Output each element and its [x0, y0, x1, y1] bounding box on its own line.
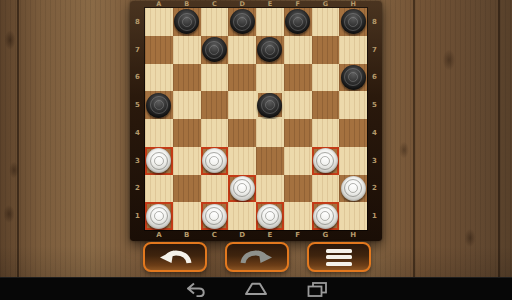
piece-ring	[209, 45, 219, 55]
piece-ring	[205, 41, 223, 59]
square-e6[interactable]	[256, 64, 284, 92]
board-grid	[145, 8, 367, 230]
square-c4[interactable]	[201, 119, 229, 147]
home-icon	[244, 282, 268, 295]
hamburger-menu-icon	[326, 249, 352, 266]
square-a2[interactable]	[145, 175, 173, 203]
file-label: D	[228, 230, 256, 241]
wood-plank-seam	[498, 0, 500, 278]
square-a8[interactable]	[145, 8, 173, 36]
square-g4[interactable]	[312, 119, 340, 147]
square-h8[interactable]	[339, 8, 367, 36]
black-man[interactable]	[257, 37, 282, 62]
wood-plank-seam	[413, 0, 415, 278]
square-d1[interactable]	[228, 202, 256, 230]
white-man[interactable]	[146, 148, 171, 173]
rank-label: 7	[367, 36, 382, 64]
file-label: G	[312, 1, 340, 8]
app-screen: ABCDEFGH ABCDEFGH 87654321 87654321	[0, 0, 512, 300]
square-f4[interactable]	[284, 119, 312, 147]
file-label: C	[201, 1, 229, 8]
rank-label: 1	[367, 202, 382, 230]
square-g7[interactable]	[312, 36, 340, 64]
square-c3[interactable]	[201, 147, 229, 175]
piece-ring	[150, 152, 168, 170]
piece-ring	[209, 156, 219, 166]
piece-ring	[348, 183, 358, 193]
android-nav-bar	[0, 277, 512, 300]
file-label: C	[201, 230, 229, 241]
black-man[interactable]	[257, 93, 282, 118]
square-d2[interactable]	[228, 175, 256, 203]
file-label: H	[339, 1, 367, 8]
piece-ring	[261, 41, 279, 59]
square-f7[interactable]	[284, 36, 312, 64]
piece-ring	[293, 17, 303, 27]
square-h6[interactable]	[339, 64, 367, 92]
square-g2[interactable]	[312, 175, 340, 203]
piece-ring	[154, 156, 164, 166]
white-man[interactable]	[341, 176, 366, 201]
square-b1[interactable]	[173, 202, 201, 230]
square-e8[interactable]	[256, 8, 284, 36]
undo-arrow-icon	[158, 248, 192, 266]
rank-label: 8	[130, 8, 145, 36]
home-button[interactable]	[244, 282, 268, 298]
piece-ring	[316, 207, 334, 225]
square-f1[interactable]	[284, 202, 312, 230]
back-icon	[185, 282, 207, 297]
square-b7[interactable]	[173, 36, 201, 64]
square-e2[interactable]	[256, 175, 284, 203]
square-b2[interactable]	[173, 175, 201, 203]
square-b4[interactable]	[173, 119, 201, 147]
piece-ring	[261, 96, 279, 114]
file-label: A	[145, 230, 173, 241]
piece-ring	[154, 100, 164, 110]
undo-button[interactable]	[143, 242, 207, 272]
black-man[interactable]	[341, 9, 366, 34]
square-c8[interactable]	[201, 8, 229, 36]
square-b6[interactable]	[173, 64, 201, 92]
square-a1[interactable]	[145, 202, 173, 230]
square-f3[interactable]	[284, 147, 312, 175]
square-d8[interactable]	[228, 8, 256, 36]
white-man[interactable]	[146, 204, 171, 229]
piece-ring	[265, 100, 275, 110]
piece-ring	[320, 211, 330, 221]
piece-ring	[233, 13, 251, 31]
rank-label: 3	[130, 147, 145, 175]
white-man[interactable]	[202, 148, 227, 173]
rank-label: 5	[367, 91, 382, 119]
square-g5[interactable]	[312, 91, 340, 119]
square-b8[interactable]	[173, 8, 201, 36]
square-c1[interactable]	[201, 202, 229, 230]
rank-label: 6	[367, 64, 382, 92]
square-a3[interactable]	[145, 147, 173, 175]
square-h3[interactable]	[339, 147, 367, 175]
rank-label: 4	[367, 119, 382, 147]
file-label: E	[256, 1, 284, 8]
white-man[interactable]	[313, 148, 338, 173]
square-f6[interactable]	[284, 64, 312, 92]
white-man[interactable]	[202, 204, 227, 229]
piece-ring	[237, 17, 247, 27]
piece-ring	[344, 13, 362, 31]
piece-ring	[150, 207, 168, 225]
file-label: A	[145, 1, 173, 8]
square-b5[interactable]	[173, 91, 201, 119]
piece-ring	[237, 183, 247, 193]
file-label: B	[173, 230, 201, 241]
square-c7[interactable]	[201, 36, 229, 64]
square-g8[interactable]	[312, 8, 340, 36]
redo-arrow-icon	[240, 248, 274, 266]
black-man[interactable]	[202, 37, 227, 62]
piece-ring	[209, 211, 219, 221]
square-d3[interactable]	[228, 147, 256, 175]
square-h2[interactable]	[339, 175, 367, 203]
square-f2[interactable]	[284, 175, 312, 203]
piece-ring	[320, 156, 330, 166]
file-labels-bottom: ABCDEFGH	[145, 230, 367, 241]
piece-ring	[261, 207, 279, 225]
rank-label: 2	[130, 175, 145, 203]
square-c6[interactable]	[201, 64, 229, 92]
square-h1[interactable]	[339, 202, 367, 230]
rank-label: 3	[367, 147, 382, 175]
piece-ring	[265, 211, 275, 221]
file-label: F	[284, 1, 312, 8]
menu-button[interactable]	[307, 242, 371, 272]
piece-ring	[348, 72, 358, 82]
rank-label: 1	[130, 202, 145, 230]
square-f5[interactable]	[284, 91, 312, 119]
square-e1[interactable]	[256, 202, 284, 230]
piece-ring	[205, 207, 223, 225]
square-f8[interactable]	[284, 8, 312, 36]
file-label: H	[339, 230, 367, 241]
recents-button[interactable]	[307, 282, 328, 300]
piece-ring	[150, 96, 168, 114]
square-g6[interactable]	[312, 64, 340, 92]
square-a5[interactable]	[145, 91, 173, 119]
piece-ring	[233, 179, 251, 197]
black-man[interactable]	[174, 9, 199, 34]
square-h7[interactable]	[339, 36, 367, 64]
square-a6[interactable]	[145, 64, 173, 92]
file-label: E	[256, 230, 284, 241]
piece-ring	[154, 211, 164, 221]
black-man[interactable]	[146, 93, 171, 118]
square-h5[interactable]	[339, 91, 367, 119]
rank-labels-left: 87654321	[130, 8, 145, 230]
file-label: D	[228, 1, 256, 8]
square-d7[interactable]	[228, 36, 256, 64]
file-label: G	[312, 230, 340, 241]
redo-button[interactable]	[225, 242, 289, 272]
rank-label: 4	[130, 119, 145, 147]
file-label: F	[284, 230, 312, 241]
piece-ring	[289, 13, 307, 31]
white-man[interactable]	[257, 204, 282, 229]
square-h4[interactable]	[339, 119, 367, 147]
rank-label: 5	[130, 91, 145, 119]
square-d4[interactable]	[228, 119, 256, 147]
square-g1[interactable]	[312, 202, 340, 230]
square-e7[interactable]	[256, 36, 284, 64]
piece-ring	[205, 152, 223, 170]
square-c5[interactable]	[201, 91, 229, 119]
square-d6[interactable]	[228, 64, 256, 92]
square-c2[interactable]	[201, 175, 229, 203]
piece-ring	[348, 17, 358, 27]
black-man[interactable]	[285, 9, 310, 34]
square-b3[interactable]	[173, 147, 201, 175]
file-labels-top: ABCDEFGH	[145, 1, 367, 8]
square-g3[interactable]	[312, 147, 340, 175]
rank-label: 6	[130, 64, 145, 92]
piece-ring	[344, 68, 362, 86]
square-a7[interactable]	[145, 36, 173, 64]
rank-label: 7	[130, 36, 145, 64]
piece-ring	[182, 17, 192, 27]
square-d5[interactable]	[228, 91, 256, 119]
checkers-board: ABCDEFGH ABCDEFGH 87654321 87654321	[130, 1, 382, 241]
back-button[interactable]	[185, 282, 207, 300]
recents-icon	[307, 282, 328, 297]
wood-plank-seam	[17, 0, 19, 278]
rank-labels-right: 87654321	[367, 8, 382, 230]
square-e4[interactable]	[256, 119, 284, 147]
white-man[interactable]	[313, 204, 338, 229]
square-e5[interactable]	[256, 91, 284, 119]
black-man[interactable]	[230, 9, 255, 34]
piece-ring	[265, 45, 275, 55]
square-a4[interactable]	[145, 119, 173, 147]
rank-label: 2	[367, 175, 382, 203]
square-e3[interactable]	[256, 147, 284, 175]
file-label: B	[173, 1, 201, 8]
piece-ring	[178, 13, 196, 31]
piece-ring	[344, 179, 362, 197]
black-man[interactable]	[341, 65, 366, 90]
white-man[interactable]	[230, 176, 255, 201]
rank-label: 8	[367, 8, 382, 36]
piece-ring	[316, 152, 334, 170]
